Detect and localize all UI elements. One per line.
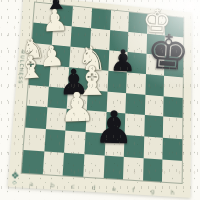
square-h1[interactable] (162, 160, 182, 183)
square-h3[interactable] (163, 117, 182, 140)
black-king-g5[interactable]: ♚ (145, 27, 191, 78)
square-f1[interactable] (123, 157, 143, 180)
square-d1[interactable] (83, 154, 104, 178)
file-label-c: c (71, 182, 75, 190)
file-label-g: g (151, 187, 155, 194)
file-label-f: f (132, 186, 134, 193)
square-g2[interactable] (143, 137, 163, 160)
white-pawn-b7[interactable]: ♟ (41, 5, 69, 36)
square-g4[interactable] (145, 94, 164, 116)
square-g3[interactable] (144, 115, 164, 138)
file-label-e: e (112, 185, 116, 192)
square-c2[interactable] (64, 131, 85, 154)
square-g1[interactable] (143, 158, 163, 181)
square-h2[interactable] (163, 138, 182, 161)
white-pawn-c3[interactable]: ♟ (59, 87, 96, 128)
file-label-d: d (91, 183, 95, 191)
chess-photo-scene: { "game": "chess", "position": { "fen": … (0, 0, 200, 200)
square-c1[interactable] (63, 153, 84, 177)
square-b1[interactable] (42, 152, 64, 176)
file-label-h: h (171, 188, 175, 195)
square-e1[interactable] (103, 156, 124, 180)
square-a2[interactable] (24, 128, 46, 152)
square-e8[interactable] (110, 10, 129, 32)
square-a1[interactable] (22, 150, 44, 174)
black-pawn-e5[interactable]: ♟ (109, 46, 137, 77)
file-label-a: a (29, 180, 33, 188)
square-a4[interactable] (27, 85, 49, 108)
square-a3[interactable] (25, 106, 47, 129)
square-d8[interactable] (91, 8, 111, 30)
brand-logo-icon: ❖ ◇ (10, 171, 20, 185)
square-c8[interactable] (72, 6, 92, 28)
square-h4[interactable] (164, 96, 183, 118)
file-label-b: b (50, 181, 54, 189)
diamond-logo-small-icon: ◇ (12, 180, 17, 186)
black-pawn-e2[interactable]: ♟ (94, 105, 135, 151)
square-b2[interactable] (44, 129, 66, 153)
